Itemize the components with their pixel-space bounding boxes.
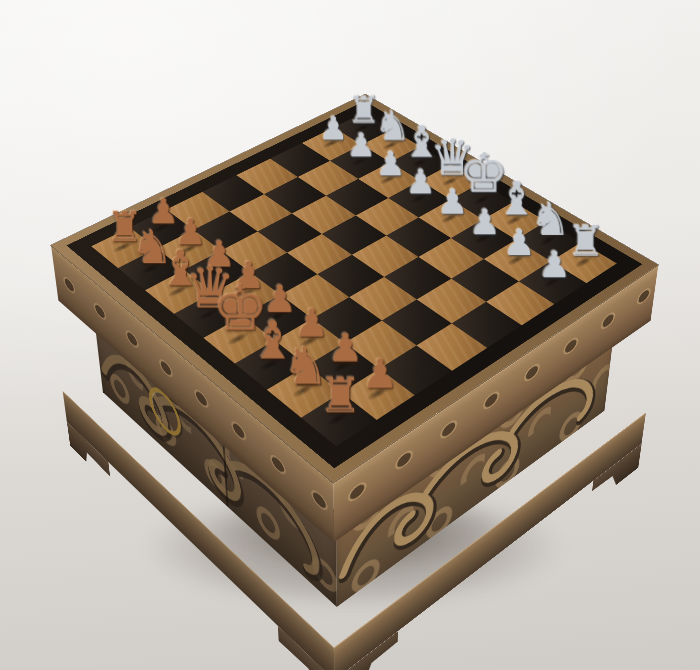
scene-photo: ♜♟♟♜♞♟♟♞♝♟♟♝♛♟♟♛♚♟♟♚♝♟♟♝♞♟♟♞♜♟♟♜ xyxy=(0,0,700,670)
chess-box: ♜♟♟♜♞♟♟♞♝♟♟♝♛♟♟♛♚♟♟♚♝♟♟♝♞♟♟♞♜♟♟♜ xyxy=(51,94,658,483)
piece-copper-rook: ♜ xyxy=(299,372,382,421)
scene-3d: ♜♟♟♜♞♟♟♞♝♟♟♝♛♟♟♛♚♟♟♚♝♟♟♝♞♟♟♞♜♟♟♜ xyxy=(0,0,700,670)
piece-silver-pawn: ♟ xyxy=(518,246,592,284)
